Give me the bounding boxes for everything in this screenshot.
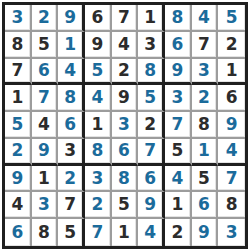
cell-r3c4[interactable]: 5 <box>85 59 112 86</box>
cell-r8c6[interactable]: 9 <box>138 192 165 219</box>
cell-r9c9[interactable]: 3 <box>218 219 245 246</box>
cell-r9c8[interactable]: 9 <box>192 219 219 246</box>
cell-r2c6[interactable]: 3 <box>138 32 165 59</box>
cell-r8c8[interactable]: 6 <box>192 192 219 219</box>
cell-r4c3[interactable]: 8 <box>58 85 85 112</box>
cell-r4c9[interactable]: 6 <box>218 85 245 112</box>
cell-r6c3[interactable]: 3 <box>58 139 85 166</box>
cell-r8c9[interactable]: 8 <box>218 192 245 219</box>
cell-r2c9[interactable]: 2 <box>218 32 245 59</box>
cell-r2c5[interactable]: 4 <box>112 32 139 59</box>
cell-r5c7[interactable]: 7 <box>165 112 192 139</box>
cell-r9c5[interactable]: 1 <box>112 219 139 246</box>
cell-r5c3[interactable]: 6 <box>58 112 85 139</box>
cell-r4c7[interactable]: 3 <box>165 85 192 112</box>
cell-r5c6[interactable]: 2 <box>138 112 165 139</box>
cell-r3c1[interactable]: 7 <box>5 59 32 86</box>
cell-r7c8[interactable]: 5 <box>192 166 219 193</box>
cell-r1c3[interactable]: 9 <box>58 5 85 32</box>
cell-r9c2[interactable]: 8 <box>32 219 59 246</box>
cell-r7c7[interactable]: 4 <box>165 166 192 193</box>
cell-r7c4[interactable]: 3 <box>85 166 112 193</box>
cell-r8c2[interactable]: 3 <box>32 192 59 219</box>
cell-r3c3[interactable]: 4 <box>58 59 85 86</box>
cell-r4c5[interactable]: 9 <box>112 85 139 112</box>
cell-r3c2[interactable]: 6 <box>32 59 59 86</box>
cell-r6c9[interactable]: 4 <box>218 139 245 166</box>
cell-r1c5[interactable]: 7 <box>112 5 139 32</box>
cell-r8c7[interactable]: 1 <box>165 192 192 219</box>
cell-r6c4[interactable]: 8 <box>85 139 112 166</box>
cell-r4c6[interactable]: 5 <box>138 85 165 112</box>
cell-r6c7[interactable]: 5 <box>165 139 192 166</box>
cell-r6c1[interactable]: 2 <box>5 139 32 166</box>
cell-r7c9[interactable]: 7 <box>218 166 245 193</box>
cell-r2c3[interactable]: 1 <box>58 32 85 59</box>
cell-r5c4[interactable]: 1 <box>85 112 112 139</box>
cell-r5c9[interactable]: 9 <box>218 112 245 139</box>
cell-r1c8[interactable]: 4 <box>192 5 219 32</box>
cell-r8c4[interactable]: 2 <box>85 192 112 219</box>
cell-r6c2[interactable]: 9 <box>32 139 59 166</box>
cell-r1c2[interactable]: 2 <box>32 5 59 32</box>
cell-r1c1[interactable]: 3 <box>5 5 32 32</box>
cell-r3c7[interactable]: 9 <box>165 59 192 86</box>
cell-r5c2[interactable]: 4 <box>32 112 59 139</box>
cell-r3c9[interactable]: 1 <box>218 59 245 86</box>
cell-r9c4[interactable]: 7 <box>85 219 112 246</box>
cell-r7c3[interactable]: 2 <box>58 166 85 193</box>
cell-r9c6[interactable]: 4 <box>138 219 165 246</box>
cell-r1c6[interactable]: 1 <box>138 5 165 32</box>
cell-r2c1[interactable]: 8 <box>5 32 32 59</box>
cell-r7c1[interactable]: 9 <box>5 166 32 193</box>
cell-r3c6[interactable]: 8 <box>138 59 165 86</box>
cell-r4c4[interactable]: 4 <box>85 85 112 112</box>
cell-r8c5[interactable]: 5 <box>112 192 139 219</box>
cell-r2c7[interactable]: 6 <box>165 32 192 59</box>
cell-r7c2[interactable]: 1 <box>32 166 59 193</box>
cell-r9c7[interactable]: 2 <box>165 219 192 246</box>
cell-r4c2[interactable]: 7 <box>32 85 59 112</box>
cell-r1c4[interactable]: 6 <box>85 5 112 32</box>
cell-r2c8[interactable]: 7 <box>192 32 219 59</box>
cell-r7c6[interactable]: 6 <box>138 166 165 193</box>
cell-r5c5[interactable]: 3 <box>112 112 139 139</box>
cell-r2c2[interactable]: 5 <box>32 32 59 59</box>
cell-r8c3[interactable]: 7 <box>58 192 85 219</box>
sudoku-board: 3296718458519436727645289311784953265461… <box>2 2 248 249</box>
cell-r6c8[interactable]: 1 <box>192 139 219 166</box>
cell-r7c5[interactable]: 8 <box>112 166 139 193</box>
cell-r1c7[interactable]: 8 <box>165 5 192 32</box>
cell-r5c8[interactable]: 8 <box>192 112 219 139</box>
cell-r6c6[interactable]: 7 <box>138 139 165 166</box>
cell-r2c4[interactable]: 9 <box>85 32 112 59</box>
cell-r4c1[interactable]: 1 <box>5 85 32 112</box>
cell-r3c8[interactable]: 3 <box>192 59 219 86</box>
cell-r8c1[interactable]: 4 <box>5 192 32 219</box>
cell-r9c3[interactable]: 5 <box>58 219 85 246</box>
cell-r4c8[interactable]: 2 <box>192 85 219 112</box>
cell-r3c5[interactable]: 2 <box>112 59 139 86</box>
cell-r5c1[interactable]: 5 <box>5 112 32 139</box>
cell-r1c9[interactable]: 5 <box>218 5 245 32</box>
cell-r6c5[interactable]: 6 <box>112 139 139 166</box>
cell-r9c1[interactable]: 6 <box>5 219 32 246</box>
